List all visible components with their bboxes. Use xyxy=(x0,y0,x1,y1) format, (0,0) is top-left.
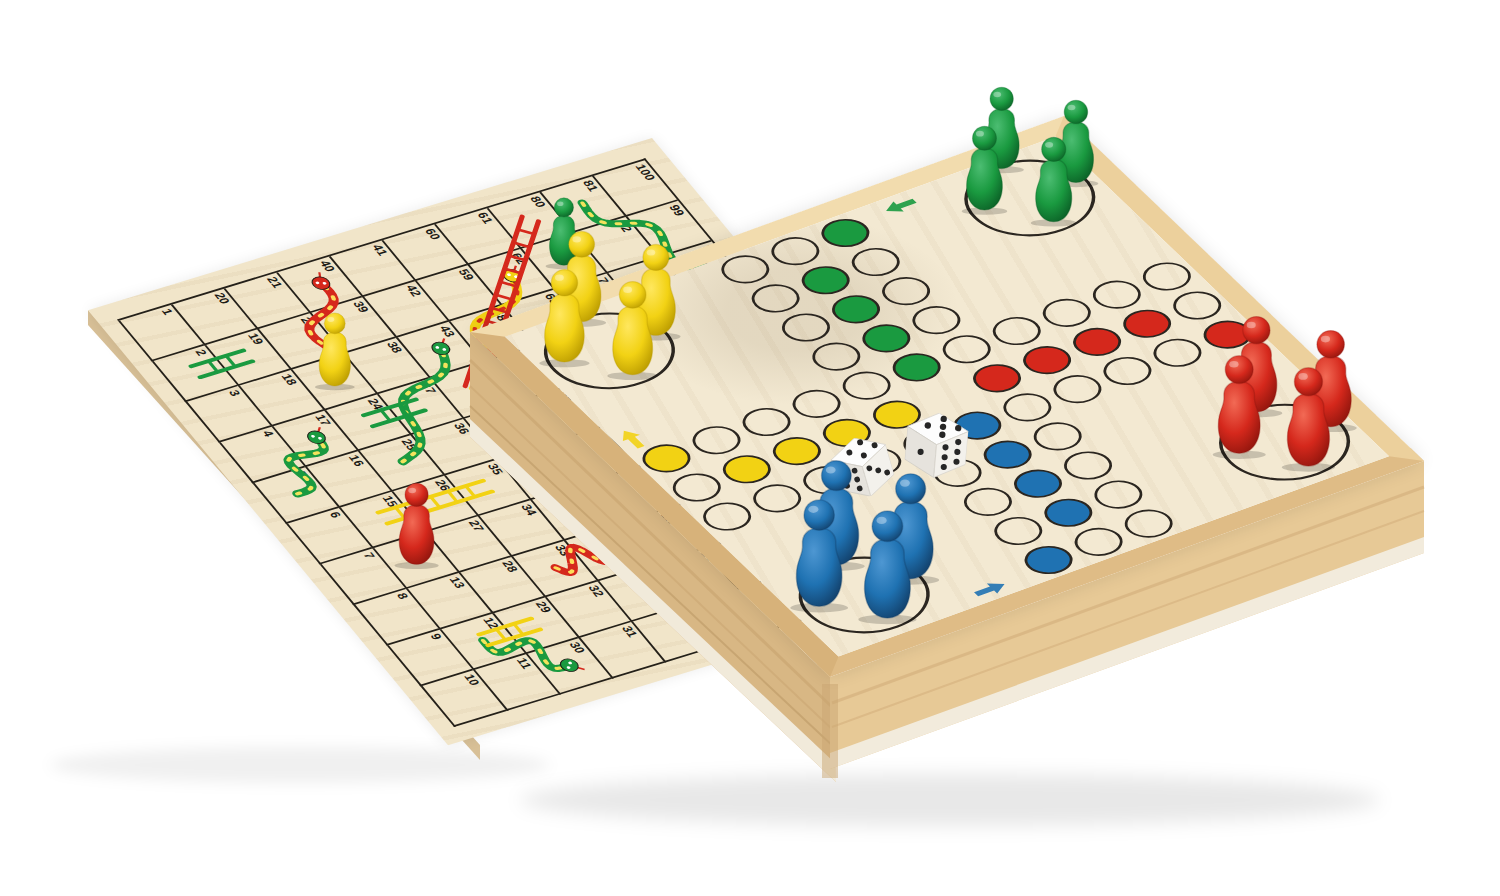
ludo-field-8,4[interactable] xyxy=(957,484,1019,520)
ludo-field-10,6[interactable] xyxy=(1118,505,1180,541)
ludo-field-0,4[interactable] xyxy=(714,251,776,287)
ludo-pawn-blue-2[interactable] xyxy=(783,497,855,613)
ludo-field-9,4[interactable] xyxy=(987,513,1049,549)
ludo-field-green-3,5[interactable] xyxy=(855,320,917,356)
ludo-pawn-blue-4[interactable] xyxy=(851,508,924,625)
ludo-field-6,7[interactable] xyxy=(1046,371,1108,407)
ludo-pawn-red-4[interactable] xyxy=(1275,365,1342,472)
ludo-field-yellow-5,1[interactable] xyxy=(716,451,778,487)
ludo-field-6,8[interactable] xyxy=(1096,353,1158,389)
ludo-field-green-0,6[interactable] xyxy=(814,215,876,251)
ludo-field-6,9[interactable] xyxy=(1146,335,1208,371)
ludo-field-7,6[interactable] xyxy=(1027,418,1089,454)
ludo-field-1,4[interactable] xyxy=(745,280,807,316)
photo-scene: 1009998979695949392918182838485868788899… xyxy=(0,0,1500,896)
ludo-pawn-red-2[interactable] xyxy=(1206,353,1272,459)
ludo-field-9,6[interactable] xyxy=(1087,476,1149,512)
snl-pawn-red[interactable] xyxy=(389,481,444,569)
ludo-field-4,10[interactable] xyxy=(1136,258,1198,294)
ludo-field-blue-8,5[interactable] xyxy=(1007,465,1069,501)
ludo-pawn-yellow-2[interactable] xyxy=(533,267,596,368)
ludo-field-5,0[interactable] xyxy=(666,469,728,505)
ludo-field-blue-9,5[interactable] xyxy=(1037,495,1099,531)
ludo-field-6,6[interactable] xyxy=(996,389,1058,425)
die-2[interactable] xyxy=(903,411,969,481)
ludo-field-blue-7,5[interactable] xyxy=(977,436,1039,472)
ludo-field-4,4[interactable] xyxy=(836,367,898,403)
ludo-field-5,10[interactable] xyxy=(1166,287,1228,323)
ludo-entry-arrow-green xyxy=(881,196,920,216)
ludo-entry-arrow-yellow xyxy=(615,428,649,451)
ludo-field-green-4,5[interactable] xyxy=(886,349,948,385)
ludo-field-red-5,8[interactable] xyxy=(1066,324,1128,360)
ludo-field-1,6[interactable] xyxy=(845,244,907,280)
ludo-field-8,6[interactable] xyxy=(1057,447,1119,483)
ludo-field-4,7[interactable] xyxy=(986,313,1048,349)
snl-pawn-yellow[interactable] xyxy=(310,311,360,390)
ludo-pawn-green-4[interactable] xyxy=(1025,135,1082,227)
ludo-pawn-yellow-4[interactable] xyxy=(601,279,664,380)
ludo-field-green-1,5[interactable] xyxy=(795,262,857,298)
ludo-field-3,4[interactable] xyxy=(805,338,867,374)
ludo-field-4,2[interactable] xyxy=(736,404,798,440)
ludo-field-4,9[interactable] xyxy=(1086,276,1148,312)
ludo-field-red-5,7[interactable] xyxy=(1016,342,1078,378)
ludo-field-yellow-4,0[interactable] xyxy=(635,440,697,476)
box-corner-joint xyxy=(822,684,838,778)
ludo-entry-arrow-blue xyxy=(971,579,1010,599)
ludo-pawn-green-2[interactable] xyxy=(956,124,1013,215)
ludo-field-6,0[interactable] xyxy=(696,498,758,534)
ludo-field-2,4[interactable] xyxy=(775,309,837,345)
ludo-field-4,1[interactable] xyxy=(686,422,748,458)
ludo-field-green-2,5[interactable] xyxy=(825,291,887,327)
ludo-field-4,6[interactable] xyxy=(936,331,998,367)
ludo-field-4,3[interactable] xyxy=(786,386,848,422)
ludo-field-10,5[interactable] xyxy=(1068,524,1130,560)
ludo-field-red-5,9[interactable] xyxy=(1116,305,1178,341)
ludo-field-0,5[interactable] xyxy=(764,233,826,269)
ludo-field-2,6[interactable] xyxy=(875,273,937,309)
ludo-field-4,8[interactable] xyxy=(1036,295,1098,331)
ludo-field-3,6[interactable] xyxy=(905,302,967,338)
ludo-field-red-5,6[interactable] xyxy=(966,360,1028,396)
ludo-field-blue-10,4[interactable] xyxy=(1018,542,1080,578)
